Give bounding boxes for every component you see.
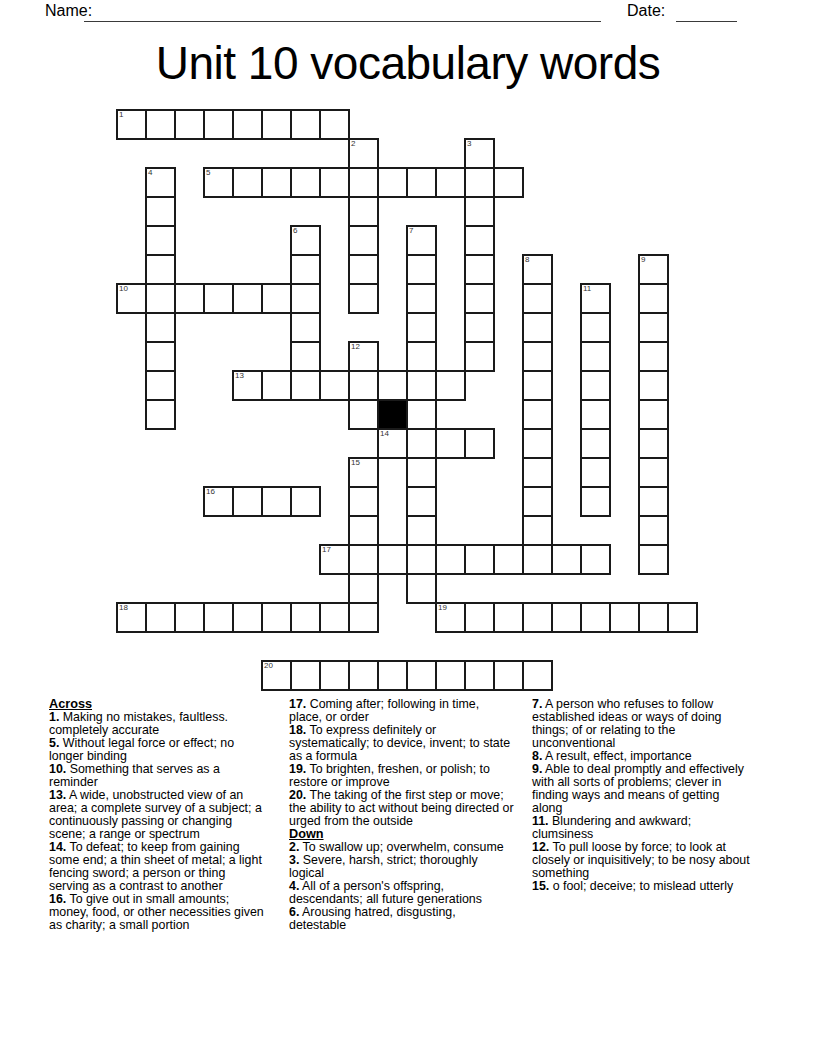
- clue-13-across: 13. A wide, unobstructed view of an area…: [49, 789, 268, 841]
- cell-r15c14[interactable]: [523, 545, 552, 574]
- cell-r12c16[interactable]: [581, 458, 610, 487]
- cell-r6c6[interactable]: [291, 284, 320, 313]
- cell-r2c7[interactable]: [320, 168, 349, 197]
- cell-r13c10[interactable]: [407, 487, 436, 516]
- cell-r17c8[interactable]: [349, 603, 378, 632]
- cell-r2c9[interactable]: [378, 168, 407, 197]
- cell-r11c18[interactable]: [639, 429, 668, 458]
- clue-number-19: 19: [438, 603, 447, 612]
- cell-r19c9[interactable]: [378, 661, 407, 690]
- cell-r0c7[interactable]: [320, 110, 349, 139]
- cell-r17c5[interactable]: [262, 603, 291, 632]
- clue-number-5: 5: [206, 168, 210, 177]
- cell-r9c6[interactable]: [291, 371, 320, 400]
- cell-r8c14[interactable]: [523, 342, 552, 371]
- cell-r17c0[interactable]: 18: [117, 603, 146, 632]
- clue-4-down: 4. All of a person's offspring, descenda…: [289, 880, 514, 906]
- clue-number-14: 14: [380, 429, 389, 438]
- cell-r13c16[interactable]: [581, 487, 610, 516]
- cell-r6c14[interactable]: [523, 284, 552, 313]
- cell-r4c1[interactable]: [146, 226, 175, 255]
- clue-19-across: 19. To brighten, freshen, or polish; to …: [289, 763, 514, 789]
- cell-r6c1[interactable]: [146, 284, 175, 313]
- cell-r2c4[interactable]: [233, 168, 262, 197]
- cell-r0c3[interactable]: [204, 110, 233, 139]
- clue-20-across: 20. The taking of the first step or move…: [289, 789, 514, 828]
- cell-r8c8[interactable]: 12: [349, 342, 378, 371]
- cell-r15c9[interactable]: [378, 545, 407, 574]
- cell-r12c14[interactable]: [523, 458, 552, 487]
- cell-r5c8[interactable]: [349, 255, 378, 284]
- cell-r12c8[interactable]: 15: [349, 458, 378, 487]
- page-title: Unit 10 vocabulary words: [0, 36, 816, 90]
- cell-r9c14[interactable]: [523, 371, 552, 400]
- cell-r2c1[interactable]: 4: [146, 168, 175, 197]
- cell-r8c12[interactable]: [465, 342, 494, 371]
- cell-r7c18[interactable]: [639, 313, 668, 342]
- cell-r5c12[interactable]: [465, 255, 494, 284]
- clue-number-15: 15: [351, 458, 360, 467]
- cell-r11c12[interactable]: [465, 429, 494, 458]
- clue-number-13: 13: [235, 371, 244, 380]
- cell-r6c10[interactable]: [407, 284, 436, 313]
- across-clues-part-1: 1. Making no mistakes, faultless. comple…: [49, 711, 268, 932]
- cell-r12c18[interactable]: [639, 458, 668, 487]
- cell-r6c16[interactable]: 11: [581, 284, 610, 313]
- cell-r15c18[interactable]: [639, 545, 668, 574]
- clue-10-across: 10. Something that serves as a reminder: [49, 763, 268, 789]
- cell-r2c6[interactable]: [291, 168, 320, 197]
- cell-r19c5[interactable]: 20: [262, 661, 291, 690]
- cell-r5c10[interactable]: [407, 255, 436, 284]
- cell-r9c10[interactable]: [407, 371, 436, 400]
- cell-r19c6[interactable]: [291, 661, 320, 690]
- date-label: Date:: [627, 2, 665, 20]
- clue-column-2: 17. Coming after; following in time, pla…: [289, 698, 514, 932]
- cell-r17c6[interactable]: [291, 603, 320, 632]
- cell-r9c8[interactable]: [349, 371, 378, 400]
- cell-r6c3[interactable]: [204, 284, 233, 313]
- cell-r0c2[interactable]: [175, 110, 204, 139]
- cell-r6c18[interactable]: [639, 284, 668, 313]
- cell-r17c15[interactable]: [552, 603, 581, 632]
- cell-r13c8[interactable]: [349, 487, 378, 516]
- cell-r6c5[interactable]: [262, 284, 291, 313]
- cell-r19c10[interactable]: [407, 661, 436, 690]
- cell-r8c18[interactable]: [639, 342, 668, 371]
- cell-r6c8[interactable]: [349, 284, 378, 313]
- clue-number-7: 7: [409, 226, 413, 235]
- cell-r1c12[interactable]: 3: [465, 139, 494, 168]
- cell-r2c5[interactable]: [262, 168, 291, 197]
- name-blank-line: [84, 2, 601, 22]
- clue-3-down: 3. Severe, harsh, strict; thoroughly log…: [289, 854, 514, 880]
- cell-r19c8[interactable]: [349, 661, 378, 690]
- clue-number-16: 16: [206, 487, 215, 496]
- cell-r19c13[interactable]: [494, 661, 523, 690]
- cell-r13c6[interactable]: [291, 487, 320, 516]
- cell-r16c10[interactable]: [407, 574, 436, 603]
- clue-column-3: 7. A person who refuses to follow establ…: [532, 698, 752, 893]
- cell-r13c14[interactable]: [523, 487, 552, 516]
- cell-r15c11[interactable]: [436, 545, 465, 574]
- cell-r17c18[interactable]: [639, 603, 668, 632]
- cell-r1c8[interactable]: 2: [349, 139, 378, 168]
- cell-r12c10[interactable]: [407, 458, 436, 487]
- clue-12-down: 12. To pull loose by force; to look at c…: [532, 841, 752, 880]
- clue-9-down: 9. Able to deal promptly and effectively…: [532, 763, 752, 815]
- cell-r16c8[interactable]: [349, 574, 378, 603]
- cell-r7c16[interactable]: [581, 313, 610, 342]
- cell-r19c14[interactable]: [523, 661, 552, 690]
- cell-r10c10[interactable]: [407, 400, 436, 429]
- clue-1-across: 1. Making no mistakes, faultless. comple…: [49, 711, 268, 737]
- across-clues-part-2: 17. Coming after; following in time, pla…: [289, 698, 514, 828]
- cell-r8c6[interactable]: [291, 342, 320, 371]
- cell-r2c10[interactable]: [407, 168, 436, 197]
- cell-r11c9[interactable]: 14: [378, 429, 407, 458]
- cell-r7c12[interactable]: [465, 313, 494, 342]
- cell-r2c11[interactable]: [436, 168, 465, 197]
- clue-11-down: 11. Blundering and awkward; clumsiness: [532, 815, 752, 841]
- cell-r13c3[interactable]: 16: [204, 487, 233, 516]
- cell-r5c18[interactable]: 9: [639, 255, 668, 284]
- cell-r8c1[interactable]: [146, 342, 175, 371]
- cell-r0c5[interactable]: [262, 110, 291, 139]
- clue-number-3: 3: [467, 139, 471, 148]
- cell-r17c1[interactable]: [146, 603, 175, 632]
- cell-r2c8[interactable]: [349, 168, 378, 197]
- cell-r17c14[interactable]: [523, 603, 552, 632]
- cell-r0c4[interactable]: [233, 110, 262, 139]
- clue-16-across: 16. To give out in small amounts; money,…: [49, 893, 268, 932]
- cell-r9c18[interactable]: [639, 371, 668, 400]
- cell-r0c0[interactable]: 1: [117, 110, 146, 139]
- down-clues-part-2: 7. A person who refuses to follow establ…: [532, 698, 752, 893]
- clue-number-6: 6: [293, 226, 297, 235]
- clue-number-1: 1: [119, 110, 123, 119]
- cell-r19c12[interactable]: [465, 661, 494, 690]
- cell-r17c3[interactable]: [204, 603, 233, 632]
- cell-r17c19[interactable]: [668, 603, 697, 632]
- cell-r9c5[interactable]: [262, 371, 291, 400]
- clue-14-across: 14. To defeat; to keep from gaining some…: [49, 841, 268, 893]
- cell-r15c13[interactable]: [494, 545, 523, 574]
- cell-r7c10[interactable]: [407, 313, 436, 342]
- cell-r15c12[interactable]: [465, 545, 494, 574]
- cell-r13c5[interactable]: [262, 487, 291, 516]
- cell-r10c18[interactable]: [639, 400, 668, 429]
- cell-r4c10[interactable]: 7: [407, 226, 436, 255]
- black-cell-r10c9: [378, 400, 407, 429]
- cell-r14c18[interactable]: [639, 516, 668, 545]
- cell-r7c6[interactable]: [291, 313, 320, 342]
- cell-r17c4[interactable]: [233, 603, 262, 632]
- cell-r3c12[interactable]: [465, 197, 494, 226]
- clue-6-down: 6. Arousing hatred, disgusting, detestab…: [289, 906, 514, 932]
- cell-r10c1[interactable]: [146, 400, 175, 429]
- cell-r14c14[interactable]: [523, 516, 552, 545]
- cell-r8c16[interactable]: [581, 342, 610, 371]
- cell-r9c7[interactable]: [320, 371, 349, 400]
- cell-r7c14[interactable]: [523, 313, 552, 342]
- cell-r13c4[interactable]: [233, 487, 262, 516]
- clue-column-1: Across 1. Making no mistakes, faultless.…: [49, 698, 268, 932]
- cell-r5c1[interactable]: [146, 255, 175, 284]
- cell-r13c18[interactable]: [639, 487, 668, 516]
- cell-r9c9[interactable]: [378, 371, 407, 400]
- cell-r9c16[interactable]: [581, 371, 610, 400]
- cell-r7c1[interactable]: [146, 313, 175, 342]
- cell-r17c12[interactable]: [465, 603, 494, 632]
- cell-r3c8[interactable]: [349, 197, 378, 226]
- cell-r15c8[interactable]: [349, 545, 378, 574]
- cell-r5c6[interactable]: [291, 255, 320, 284]
- cell-r17c13[interactable]: [494, 603, 523, 632]
- cell-r19c7[interactable]: [320, 661, 349, 690]
- clue-number-9: 9: [641, 255, 645, 264]
- cell-r11c14[interactable]: [523, 429, 552, 458]
- cell-r15c16[interactable]: [581, 545, 610, 574]
- cell-r17c16[interactable]: [581, 603, 610, 632]
- cell-r4c8[interactable]: [349, 226, 378, 255]
- clue-number-8: 8: [525, 255, 529, 264]
- cell-r2c13[interactable]: [494, 168, 523, 197]
- cell-r3c1[interactable]: [146, 197, 175, 226]
- cell-r17c7[interactable]: [320, 603, 349, 632]
- crossword-grid: 1234567891011121314151617181920: [117, 110, 697, 690]
- clue-number-17: 17: [322, 545, 331, 554]
- clue-number-20: 20: [264, 661, 273, 670]
- cell-r6c4[interactable]: [233, 284, 262, 313]
- down-clues-part-1: 2. To swallow up; overwhelm, consume3. S…: [289, 841, 514, 932]
- cell-r0c1[interactable]: [146, 110, 175, 139]
- cell-r15c7[interactable]: 17: [320, 545, 349, 574]
- clue-5-across: 5. Without legal force or effect; no lon…: [49, 737, 268, 763]
- cell-r8c10[interactable]: [407, 342, 436, 371]
- cell-r17c11[interactable]: 19: [436, 603, 465, 632]
- clue-18-across: 18. To express definitely or systematica…: [289, 724, 514, 763]
- cell-r15c10[interactable]: [407, 545, 436, 574]
- cell-r5c14[interactable]: 8: [523, 255, 552, 284]
- clue-number-2: 2: [351, 139, 355, 148]
- cell-r11c11[interactable]: [436, 429, 465, 458]
- cell-r14c10[interactable]: [407, 516, 436, 545]
- cell-r9c1[interactable]: [146, 371, 175, 400]
- clue-number-12: 12: [351, 342, 360, 351]
- clue-15-down: 15. o fool; deceive; to mislead utterly: [532, 880, 752, 893]
- cell-r0c6[interactable]: [291, 110, 320, 139]
- cell-r9c4[interactable]: 13: [233, 371, 262, 400]
- cell-r11c16[interactable]: [581, 429, 610, 458]
- cell-r6c0[interactable]: 10: [117, 284, 146, 313]
- clue-number-18: 18: [119, 603, 128, 612]
- cell-r10c8[interactable]: [349, 400, 378, 429]
- cell-r17c17[interactable]: [610, 603, 639, 632]
- clue-17-across: 17. Coming after; following in time, pla…: [289, 698, 514, 724]
- cell-r17c2[interactable]: [175, 603, 204, 632]
- cell-r9c11[interactable]: [436, 371, 465, 400]
- clue-number-4: 4: [148, 168, 152, 177]
- cell-r4c12[interactable]: [465, 226, 494, 255]
- cell-r2c12[interactable]: [465, 168, 494, 197]
- clue-7-down: 7. A person who refuses to follow establ…: [532, 698, 752, 750]
- date-blank-line: [676, 2, 737, 22]
- clue-number-10: 10: [119, 284, 128, 293]
- clue-number-11: 11: [583, 284, 591, 293]
- cell-r19c11[interactable]: [436, 661, 465, 690]
- cell-r15c15[interactable]: [552, 545, 581, 574]
- cell-r2c3[interactable]: 5: [204, 168, 233, 197]
- cell-r4c6[interactable]: 6: [291, 226, 320, 255]
- cell-r11c10[interactable]: [407, 429, 436, 458]
- cell-r6c12[interactable]: [465, 284, 494, 313]
- cell-r14c8[interactable]: [349, 516, 378, 545]
- cell-r10c14[interactable]: [523, 400, 552, 429]
- cell-r6c2[interactable]: [175, 284, 204, 313]
- cell-r10c16[interactable]: [581, 400, 610, 429]
